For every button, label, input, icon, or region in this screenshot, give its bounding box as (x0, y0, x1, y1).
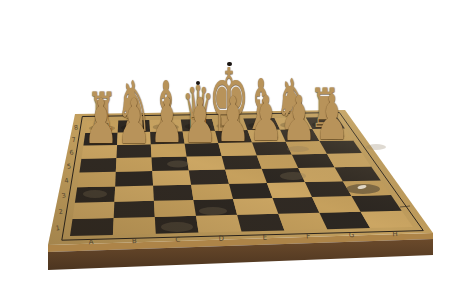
file-label-c: C (175, 236, 180, 244)
file-label-a: A (88, 238, 93, 246)
piece-shadow (121, 124, 147, 130)
piece-shadow (216, 123, 242, 129)
piece-shadow (89, 137, 113, 143)
piece-shadow (312, 121, 338, 127)
file-label-f: F (306, 232, 310, 240)
piece-shadow (320, 133, 344, 139)
piece-shadow (221, 135, 245, 141)
piece-shadow (89, 125, 115, 131)
piece-shadow (153, 124, 179, 130)
piece-shadow (185, 123, 211, 129)
file-label-b: B (132, 237, 137, 245)
file-label-h: H (392, 230, 398, 238)
piece-shadow (248, 122, 274, 128)
piece-shadow (122, 137, 146, 143)
piece-shadow (287, 134, 311, 140)
file-label-g: G (349, 231, 355, 239)
file-label-e: E (262, 233, 267, 241)
piece-shadow (188, 135, 212, 141)
piece-shadow (280, 122, 306, 128)
piece-shadow (254, 134, 278, 140)
chess-set-photo: ABCDEFGH12345678 ♜♞♝♛♚♝♞♜♟♟♟♟♟♟♟♟ (0, 0, 450, 300)
chess-board: ABCDEFGH12345678 (0, 0, 450, 300)
file-label-d: D (218, 235, 224, 243)
piece-shadow (155, 136, 179, 142)
